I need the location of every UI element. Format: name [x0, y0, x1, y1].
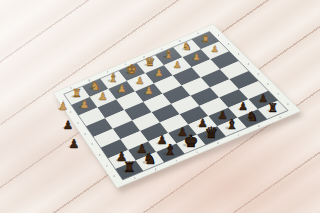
coord-label: f	[176, 160, 177, 163]
piece-black-pawn-a7[interactable]: ♟	[258, 92, 267, 104]
offboard-white-pawn[interactable]: ♟	[58, 100, 68, 113]
scene: aa11bb22cc33dd44ee55ff66gg77hh88♜♞♟♝♟♛♟♚…	[0, 0, 320, 213]
piece-black-rook-a8[interactable]: ♜	[268, 101, 278, 115]
piece-white-knight-b1[interactable]: ♞	[182, 40, 191, 52]
piece-white-pawn-a2[interactable]: ♟	[211, 44, 219, 54]
piece-black-bishop-f8[interactable]: ♝	[163, 141, 177, 159]
offboard-black-pawn[interactable]: ♟	[69, 137, 80, 151]
piece-black-rook-h8[interactable]: ♜	[123, 159, 136, 175]
offboard-black-pawn[interactable]: ♟	[63, 118, 73, 132]
piece-black-queen-d8[interactable]: ♛	[204, 124, 218, 142]
piece-white-pawn-e2[interactable]: ♟	[136, 75, 145, 86]
piece-black-knight-b8[interactable]: ♞	[246, 109, 258, 124]
piece-black-knight-g8[interactable]: ♞	[143, 150, 157, 168]
piece-white-pawn-b2[interactable]: ♟	[192, 52, 200, 62]
piece-white-pawn-g2[interactable]: ♟	[98, 90, 107, 102]
chessboard[interactable]: aa11bb22cc33dd44ee55ff66gg77hh88♜♞♟♝♟♛♟♚…	[0, 0, 320, 213]
piece-white-pawn-d2[interactable]: ♟	[155, 67, 164, 78]
piece-white-pawn-f2[interactable]: ♟	[117, 83, 126, 94]
piece-white-pawn-e3[interactable]: ♟	[144, 85, 153, 96]
piece-white-pawn-h2[interactable]: ♟	[79, 98, 89, 111]
piece-white-pawn-c2[interactable]: ♟	[173, 59, 181, 70]
piece-black-bishop-c8[interactable]: ♝	[226, 116, 239, 132]
piece-black-king-e8[interactable]: ♚	[183, 132, 198, 151]
piece-white-rook-a1[interactable]: ♜	[201, 34, 209, 44]
piece-white-bishop-c1[interactable]: ♝	[164, 48, 174, 61]
